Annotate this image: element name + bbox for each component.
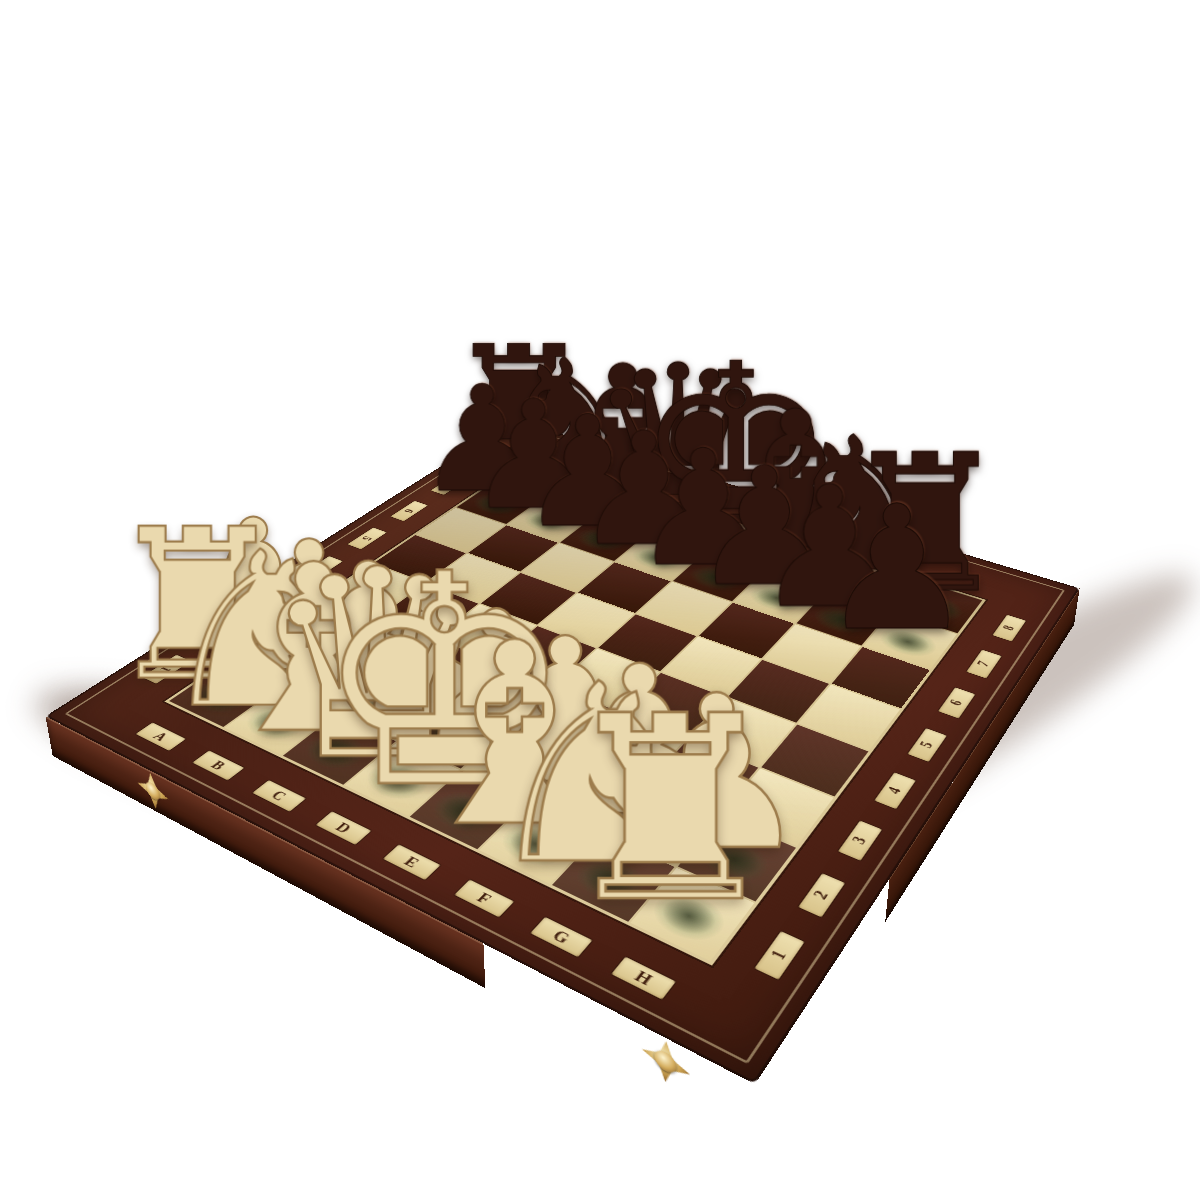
file-label-h: H <box>611 957 676 1000</box>
chess-board-box: ♜♞♝♛♚♝♞♜♟♟♟♟♟♟♟♟♟♟♟♟♟♟♟♟♜♞♝♛♚♝♞♜ ABCDEFG… <box>45 420 1079 1084</box>
rank-label-right-5: 5 <box>908 728 947 762</box>
board-squares-grid: ♜♞♝♛♚♝♞♜♟♟♟♟♟♟♟♟♟♟♟♟♟♟♟♟♜♞♝♛♚♝♞♜ <box>164 457 986 965</box>
rank-label-right-6: 6 <box>938 687 975 718</box>
piece-black-pawn-h7: ♟ <box>820 482 974 654</box>
square-h7: ♟ <box>863 612 957 669</box>
brass-clasp-right <box>648 1037 685 1086</box>
rank-label-right-4: 4 <box>874 772 915 809</box>
rank-label-right-3: 3 <box>838 821 882 861</box>
product-photo-scene: ♜♞♝♛♚♝♞♜♟♟♟♟♟♟♟♟♟♟♟♟♟♟♟♟♜♞♝♛♚♝♞♜ ABCDEFG… <box>0 0 1200 1200</box>
piece-white-rook-h1: ♜ <box>557 682 785 937</box>
board-playing-surface: ♜♞♝♛♚♝♞♜♟♟♟♟♟♟♟♟♟♟♟♟♟♟♟♟♜♞♝♛♚♝♞♜ ABCDEFG… <box>45 420 1079 1084</box>
